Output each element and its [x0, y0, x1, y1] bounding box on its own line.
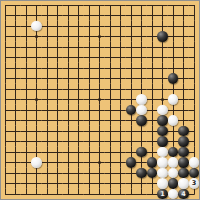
- board-intersection-c6r4[interactable]: [52, 31, 63, 42]
- board-intersection-c18r9[interactable]: [178, 84, 189, 95]
- board-intersection-c3r16[interactable]: [21, 157, 32, 168]
- board-intersection-c12r7[interactable]: [115, 63, 126, 74]
- board-intersection-c17r14[interactable]: [168, 136, 179, 147]
- board-intersection-c7r9[interactable]: [63, 84, 74, 95]
- board-intersection-c11r10[interactable]: [105, 94, 116, 105]
- board-intersection-c3r18[interactable]: [21, 178, 32, 189]
- board-intersection-c13r15[interactable]: [126, 147, 137, 158]
- board-intersection-c8r16[interactable]: [73, 157, 84, 168]
- board-intersection-c8r3[interactable]: [73, 21, 84, 32]
- board-intersection-c3r5[interactable]: [21, 42, 32, 53]
- board-intersection-c19r18[interactable]: 3: [189, 178, 200, 189]
- board-intersection-c14r16[interactable]: [136, 157, 147, 168]
- board-intersection-c17r10[interactable]: [168, 94, 179, 105]
- board-intersection-c2r9[interactable]: [10, 84, 21, 95]
- board-intersection-c9r7[interactable]: [84, 63, 95, 74]
- board-intersection-c14r7[interactable]: [136, 63, 147, 74]
- board-intersection-c14r18[interactable]: [136, 178, 147, 189]
- board-intersection-c3r8[interactable]: [21, 73, 32, 84]
- board-intersection-c9r8[interactable]: [84, 73, 95, 84]
- board-intersection-c13r10[interactable]: [126, 94, 137, 105]
- board-intersection-c15r6[interactable]: [147, 52, 158, 63]
- board-intersection-c7r7[interactable]: [63, 63, 74, 74]
- board-intersection-c1r14[interactable]: [0, 136, 10, 147]
- board-intersection-c17r4[interactable]: [168, 31, 179, 42]
- board-intersection-c11r6[interactable]: [105, 52, 116, 63]
- board-intersection-c11r13[interactable]: [105, 126, 116, 137]
- board-intersection-c18r15[interactable]: [178, 147, 189, 158]
- board-intersection-c19r3[interactable]: [189, 21, 200, 32]
- board-intersection-c19r19[interactable]: [189, 189, 200, 200]
- board-intersection-c2r18[interactable]: [10, 178, 21, 189]
- board-intersection-c15r1[interactable]: [147, 0, 158, 10]
- board-intersection-c10r13[interactable]: [94, 126, 105, 137]
- board-intersection-c18r17[interactable]: [178, 168, 189, 179]
- board-intersection-c6r18[interactable]: [52, 178, 63, 189]
- board-intersection-c10r4[interactable]: [94, 31, 105, 42]
- board-intersection-c19r1[interactable]: [189, 0, 200, 10]
- board-intersection-c6r19[interactable]: [52, 189, 63, 200]
- board-intersection-c1r13[interactable]: [0, 126, 10, 137]
- board-intersection-c2r10[interactable]: [10, 94, 21, 105]
- board-intersection-c3r12[interactable]: [21, 115, 32, 126]
- board-intersection-c19r2[interactable]: [189, 10, 200, 21]
- board-intersection-c14r2[interactable]: [136, 10, 147, 21]
- board-intersection-c13r13[interactable]: [126, 126, 137, 137]
- board-intersection-c2r5[interactable]: [10, 42, 21, 53]
- board-intersection-c15r8[interactable]: [147, 73, 158, 84]
- board-intersection-c17r13[interactable]: [168, 126, 179, 137]
- board-intersection-c19r5[interactable]: [189, 42, 200, 53]
- board-intersection-c15r16[interactable]: [147, 157, 158, 168]
- board-intersection-c14r3[interactable]: [136, 21, 147, 32]
- board-intersection-c6r6[interactable]: [52, 52, 63, 63]
- board-intersection-c2r8[interactable]: [10, 73, 21, 84]
- board-intersection-c14r8[interactable]: [136, 73, 147, 84]
- board-intersection-c13r19[interactable]: [126, 189, 137, 200]
- board-intersection-c8r13[interactable]: [73, 126, 84, 137]
- board-intersection-c10r1[interactable]: [94, 0, 105, 10]
- board-intersection-c3r15[interactable]: [21, 147, 32, 158]
- board-intersection-c1r10[interactable]: [0, 94, 10, 105]
- board-intersection-c8r5[interactable]: [73, 42, 84, 53]
- board-intersection-c1r6[interactable]: [0, 52, 10, 63]
- board-intersection-c16r19[interactable]: 1: [157, 189, 168, 200]
- board-intersection-c11r9[interactable]: [105, 84, 116, 95]
- board-intersection-c15r3[interactable]: [147, 21, 158, 32]
- board-intersection-c9r1[interactable]: [84, 0, 95, 10]
- board-intersection-c8r1[interactable]: [73, 0, 84, 10]
- board-intersection-c13r17[interactable]: [126, 168, 137, 179]
- board-intersection-c11r17[interactable]: [105, 168, 116, 179]
- board-intersection-c1r3[interactable]: [0, 21, 10, 32]
- board-intersection-c2r12[interactable]: [10, 115, 21, 126]
- board-intersection-c11r12[interactable]: [105, 115, 116, 126]
- board-intersection-c8r4[interactable]: [73, 31, 84, 42]
- board-intersection-c12r10[interactable]: [115, 94, 126, 105]
- board-intersection-c11r4[interactable]: [105, 31, 116, 42]
- board-intersection-c12r16[interactable]: [115, 157, 126, 168]
- board-intersection-c7r5[interactable]: [63, 42, 74, 53]
- board-intersection-c4r3[interactable]: [31, 21, 42, 32]
- board-intersection-c2r14[interactable]: [10, 136, 21, 147]
- board-intersection-c5r4[interactable]: [42, 31, 53, 42]
- board-intersection-c3r3[interactable]: [21, 21, 32, 32]
- board-intersection-c6r15[interactable]: [52, 147, 63, 158]
- board-intersection-c17r12[interactable]: [168, 115, 179, 126]
- board-intersection-c5r3[interactable]: [42, 21, 53, 32]
- board-intersection-c5r18[interactable]: [42, 178, 53, 189]
- board-intersection-c4r4[interactable]: [31, 31, 42, 42]
- board-intersection-c17r16[interactable]: [168, 157, 179, 168]
- board-intersection-c13r2[interactable]: [126, 10, 137, 21]
- board-intersection-c8r14[interactable]: [73, 136, 84, 147]
- board-intersection-c19r17[interactable]: [189, 168, 200, 179]
- board-intersection-c7r8[interactable]: [63, 73, 74, 84]
- board-intersection-c19r10[interactable]: [189, 94, 200, 105]
- board-intersection-c7r13[interactable]: [63, 126, 74, 137]
- board-intersection-c9r9[interactable]: [84, 84, 95, 95]
- board-intersection-c1r17[interactable]: [0, 168, 10, 179]
- board-intersection-c17r17[interactable]: [168, 168, 179, 179]
- board-intersection-c9r3[interactable]: [84, 21, 95, 32]
- board-intersection-c7r10[interactable]: [63, 94, 74, 105]
- board-intersection-c4r9[interactable]: [31, 84, 42, 95]
- board-intersection-c11r19[interactable]: [105, 189, 116, 200]
- board-intersection-c9r12[interactable]: [84, 115, 95, 126]
- board-intersection-c16r1[interactable]: [157, 0, 168, 10]
- board-intersection-c9r17[interactable]: [84, 168, 95, 179]
- board-intersection-c18r6[interactable]: [178, 52, 189, 63]
- board-intersection-c10r18[interactable]: [94, 178, 105, 189]
- board-intersection-c15r10[interactable]: [147, 94, 158, 105]
- board-intersection-c10r14[interactable]: [94, 136, 105, 147]
- board-intersection-c3r9[interactable]: [21, 84, 32, 95]
- board-intersection-c2r15[interactable]: [10, 147, 21, 158]
- board-intersection-c13r5[interactable]: [126, 42, 137, 53]
- board-intersection-c8r2[interactable]: [73, 10, 84, 21]
- board-intersection-c8r7[interactable]: [73, 63, 84, 74]
- board-intersection-c3r4[interactable]: [21, 31, 32, 42]
- board-intersection-c17r15[interactable]: [168, 147, 179, 158]
- board-intersection-c19r14[interactable]: [189, 136, 200, 147]
- board-intersection-c1r2[interactable]: [0, 10, 10, 21]
- board-intersection-c17r6[interactable]: [168, 52, 179, 63]
- board-intersection-c16r13[interactable]: [157, 126, 168, 137]
- board-intersection-c16r15[interactable]: [157, 147, 168, 158]
- board-intersection-c8r19[interactable]: [73, 189, 84, 200]
- board-intersection-c15r14[interactable]: [147, 136, 158, 147]
- board-intersection-c4r1[interactable]: [31, 0, 42, 10]
- board-intersection-c13r9[interactable]: [126, 84, 137, 95]
- board-intersection-c12r19[interactable]: [115, 189, 126, 200]
- board-intersection-c11r7[interactable]: [105, 63, 116, 74]
- board-intersection-c18r8[interactable]: [178, 73, 189, 84]
- board-intersection-c9r16[interactable]: [84, 157, 95, 168]
- board-intersection-c16r12[interactable]: [157, 115, 168, 126]
- board-intersection-c5r8[interactable]: [42, 73, 53, 84]
- board-intersection-c6r2[interactable]: [52, 10, 63, 21]
- board-intersection-c7r12[interactable]: [63, 115, 74, 126]
- board-intersection-c7r16[interactable]: [63, 157, 74, 168]
- board-intersection-c6r12[interactable]: [52, 115, 63, 126]
- board-intersection-c13r6[interactable]: [126, 52, 137, 63]
- board-intersection-c10r16[interactable]: [94, 157, 105, 168]
- board-intersection-c5r11[interactable]: [42, 105, 53, 116]
- board-intersection-c14r12[interactable]: [136, 115, 147, 126]
- board-intersection-c5r10[interactable]: [42, 94, 53, 105]
- board-intersection-c2r17[interactable]: [10, 168, 21, 179]
- board-intersection-c5r5[interactable]: [42, 42, 53, 53]
- board-intersection-c2r4[interactable]: [10, 31, 21, 42]
- board-intersection-c10r10[interactable]: [94, 94, 105, 105]
- board-intersection-c12r1[interactable]: [115, 0, 126, 10]
- board-intersection-c18r14[interactable]: [178, 136, 189, 147]
- board-intersection-c2r3[interactable]: [10, 21, 21, 32]
- board-intersection-c9r14[interactable]: [84, 136, 95, 147]
- board-intersection-c19r4[interactable]: [189, 31, 200, 42]
- board-intersection-c12r5[interactable]: [115, 42, 126, 53]
- board-intersection-c4r6[interactable]: [31, 52, 42, 63]
- board-intersection-c18r12[interactable]: [178, 115, 189, 126]
- board-intersection-c14r17[interactable]: [136, 168, 147, 179]
- board-intersection-c17r11[interactable]: [168, 105, 179, 116]
- board-intersection-c4r13[interactable]: [31, 126, 42, 137]
- board-intersection-c14r15[interactable]: [136, 147, 147, 158]
- board-intersection-c10r11[interactable]: [94, 105, 105, 116]
- board-intersection-c1r16[interactable]: [0, 157, 10, 168]
- board-intersection-c12r3[interactable]: [115, 21, 126, 32]
- board-intersection-c19r7[interactable]: [189, 63, 200, 74]
- board-intersection-c15r9[interactable]: [147, 84, 158, 95]
- board-intersection-c16r3[interactable]: [157, 21, 168, 32]
- board-intersection-c6r10[interactable]: [52, 94, 63, 105]
- board-intersection-c5r14[interactable]: [42, 136, 53, 147]
- board-intersection-c18r4[interactable]: [178, 31, 189, 42]
- board-intersection-c2r13[interactable]: [10, 126, 21, 137]
- board-intersection-c5r12[interactable]: [42, 115, 53, 126]
- board-intersection-c13r4[interactable]: [126, 31, 137, 42]
- board-intersection-c10r5[interactable]: [94, 42, 105, 53]
- board-intersection-c9r19[interactable]: [84, 189, 95, 200]
- board-intersection-c17r8[interactable]: [168, 73, 179, 84]
- board-intersection-c9r18[interactable]: [84, 178, 95, 189]
- board-intersection-c6r11[interactable]: [52, 105, 63, 116]
- board-intersection-c12r11[interactable]: [115, 105, 126, 116]
- board-intersection-c4r14[interactable]: [31, 136, 42, 147]
- board-intersection-c18r10[interactable]: [178, 94, 189, 105]
- board-intersection-c7r18[interactable]: [63, 178, 74, 189]
- board-intersection-c8r8[interactable]: [73, 73, 84, 84]
- board-intersection-c19r9[interactable]: [189, 84, 200, 95]
- board-intersection-c17r3[interactable]: [168, 21, 179, 32]
- board-intersection-c18r3[interactable]: [178, 21, 189, 32]
- board-intersection-c11r16[interactable]: [105, 157, 116, 168]
- board-intersection-c18r13[interactable]: [178, 126, 189, 137]
- board-intersection-c3r10[interactable]: [21, 94, 32, 105]
- board-intersection-c15r7[interactable]: [147, 63, 158, 74]
- board-intersection-c9r13[interactable]: [84, 126, 95, 137]
- board-intersection-c11r15[interactable]: [105, 147, 116, 158]
- board-intersection-c18r16[interactable]: [178, 157, 189, 168]
- board-intersection-c1r7[interactable]: [0, 63, 10, 74]
- board-intersection-c3r1[interactable]: [21, 0, 32, 10]
- board-intersection-c2r6[interactable]: [10, 52, 21, 63]
- board-intersection-c8r15[interactable]: [73, 147, 84, 158]
- board-intersection-c1r18[interactable]: [0, 178, 10, 189]
- board-intersection-c12r2[interactable]: [115, 10, 126, 21]
- board-intersection-c2r16[interactable]: [10, 157, 21, 168]
- board-intersection-c5r15[interactable]: [42, 147, 53, 158]
- board-intersection-c19r6[interactable]: [189, 52, 200, 63]
- board-intersection-c10r19[interactable]: [94, 189, 105, 200]
- board-intersection-c14r19[interactable]: [136, 189, 147, 200]
- board-intersection-c11r11[interactable]: [105, 105, 116, 116]
- board-intersection-c15r15[interactable]: [147, 147, 158, 158]
- board-intersection-c4r12[interactable]: [31, 115, 42, 126]
- board-intersection-c16r5[interactable]: [157, 42, 168, 53]
- board-intersection-c16r2[interactable]: [157, 10, 168, 21]
- board-intersection-c16r6[interactable]: [157, 52, 168, 63]
- board-intersection-c7r3[interactable]: [63, 21, 74, 32]
- board-intersection-c19r13[interactable]: [189, 126, 200, 137]
- board-intersection-c6r14[interactable]: [52, 136, 63, 147]
- board-intersection-c12r13[interactable]: [115, 126, 126, 137]
- board-intersection-c13r7[interactable]: [126, 63, 137, 74]
- board-intersection-c14r5[interactable]: [136, 42, 147, 53]
- board-intersection-c14r11[interactable]: [136, 105, 147, 116]
- board-intersection-c12r18[interactable]: [115, 178, 126, 189]
- board-intersection-c12r12[interactable]: [115, 115, 126, 126]
- board-intersection-c10r8[interactable]: [94, 73, 105, 84]
- board-intersection-c15r2[interactable]: [147, 10, 158, 21]
- board-intersection-c8r17[interactable]: [73, 168, 84, 179]
- board-intersection-c13r12[interactable]: [126, 115, 137, 126]
- board-intersection-c4r5[interactable]: [31, 42, 42, 53]
- board-intersection-c4r17[interactable]: [31, 168, 42, 179]
- board-intersection-c16r11[interactable]: [157, 105, 168, 116]
- board-intersection-c8r18[interactable]: [73, 178, 84, 189]
- board-intersection-c7r4[interactable]: [63, 31, 74, 42]
- board-intersection-c15r12[interactable]: [147, 115, 158, 126]
- board-intersection-c4r19[interactable]: [31, 189, 42, 200]
- board-intersection-c6r1[interactable]: [52, 0, 63, 10]
- board-intersection-c4r8[interactable]: [31, 73, 42, 84]
- board-intersection-c19r12[interactable]: [189, 115, 200, 126]
- board-intersection-c14r1[interactable]: [136, 0, 147, 10]
- board-intersection-c9r2[interactable]: [84, 10, 95, 21]
- board-intersection-c11r3[interactable]: [105, 21, 116, 32]
- board-intersection-c9r10[interactable]: [84, 94, 95, 105]
- board-intersection-c19r15[interactable]: [189, 147, 200, 158]
- board-intersection-c10r9[interactable]: [94, 84, 105, 95]
- board-intersection-c17r9[interactable]: [168, 84, 179, 95]
- board-intersection-c11r18[interactable]: [105, 178, 116, 189]
- board-intersection-c5r19[interactable]: [42, 189, 53, 200]
- board-intersection-c6r17[interactable]: [52, 168, 63, 179]
- board-intersection-c3r14[interactable]: [21, 136, 32, 147]
- board-intersection-c11r2[interactable]: [105, 10, 116, 21]
- board-intersection-c3r13[interactable]: [21, 126, 32, 137]
- board-intersection-c4r10[interactable]: [31, 94, 42, 105]
- board-intersection-c16r18[interactable]: [157, 178, 168, 189]
- board-intersection-c7r19[interactable]: [63, 189, 74, 200]
- board-intersection-c12r15[interactable]: [115, 147, 126, 158]
- board-intersection-c19r16[interactable]: [189, 157, 200, 168]
- board-intersection-c4r11[interactable]: [31, 105, 42, 116]
- board-intersection-c11r14[interactable]: [105, 136, 116, 147]
- board-intersection-c2r19[interactable]: [10, 189, 21, 200]
- board-intersection-c7r14[interactable]: [63, 136, 74, 147]
- board-intersection-c13r1[interactable]: [126, 0, 137, 10]
- board-intersection-c16r10[interactable]: [157, 94, 168, 105]
- board-intersection-c16r7[interactable]: [157, 63, 168, 74]
- board-intersection-c9r11[interactable]: [84, 105, 95, 116]
- board-intersection-c13r3[interactable]: [126, 21, 137, 32]
- board-intersection-c17r7[interactable]: [168, 63, 179, 74]
- board-intersection-c2r1[interactable]: [10, 0, 21, 10]
- board-intersection-c1r9[interactable]: [0, 84, 10, 95]
- board-intersection-c2r7[interactable]: [10, 63, 21, 74]
- board-intersection-c16r17[interactable]: [157, 168, 168, 179]
- board-intersection-c7r1[interactable]: [63, 0, 74, 10]
- board-intersection-c3r17[interactable]: [21, 168, 32, 179]
- board-intersection-c13r8[interactable]: [126, 73, 137, 84]
- board-intersection-c8r6[interactable]: [73, 52, 84, 63]
- board-intersection-c4r2[interactable]: [31, 10, 42, 21]
- board-intersection-c17r19[interactable]: [168, 189, 179, 200]
- board-intersection-c3r6[interactable]: [21, 52, 32, 63]
- board-intersection-c1r5[interactable]: [0, 42, 10, 53]
- board-intersection-c14r13[interactable]: [136, 126, 147, 137]
- board-intersection-c16r14[interactable]: [157, 136, 168, 147]
- board-intersection-c1r12[interactable]: [0, 115, 10, 126]
- board-intersection-c14r14[interactable]: [136, 136, 147, 147]
- board-intersection-c12r17[interactable]: [115, 168, 126, 179]
- board-intersection-c15r11[interactable]: [147, 105, 158, 116]
- board-intersection-c7r17[interactable]: [63, 168, 74, 179]
- board-intersection-c17r18[interactable]: [168, 178, 179, 189]
- board-intersection-c1r15[interactable]: [0, 147, 10, 158]
- board-intersection-c12r9[interactable]: [115, 84, 126, 95]
- board-intersection-c2r11[interactable]: [10, 105, 21, 116]
- board-intersection-c18r11[interactable]: [178, 105, 189, 116]
- board-intersection-c14r6[interactable]: [136, 52, 147, 63]
- board-intersection-c3r2[interactable]: [21, 10, 32, 21]
- board-intersection-c6r13[interactable]: [52, 126, 63, 137]
- board-intersection-c8r11[interactable]: [73, 105, 84, 116]
- board-intersection-c18r2[interactable]: [178, 10, 189, 21]
- board-intersection-c12r6[interactable]: [115, 52, 126, 63]
- board-intersection-c14r10[interactable]: [136, 94, 147, 105]
- board-intersection-c18r5[interactable]: [178, 42, 189, 53]
- board-intersection-c10r3[interactable]: [94, 21, 105, 32]
- board-intersection-c10r12[interactable]: [94, 115, 105, 126]
- board-intersection-c6r3[interactable]: [52, 21, 63, 32]
- board-intersection-c7r15[interactable]: [63, 147, 74, 158]
- board-intersection-c10r17[interactable]: [94, 168, 105, 179]
- board-intersection-c2r2[interactable]: [10, 10, 21, 21]
- board-intersection-c15r18[interactable]: [147, 178, 158, 189]
- board-intersection-c15r19[interactable]: [147, 189, 158, 200]
- board-intersection-c6r7[interactable]: [52, 63, 63, 74]
- board-intersection-c10r6[interactable]: [94, 52, 105, 63]
- board-intersection-c14r9[interactable]: [136, 84, 147, 95]
- board-intersection-c6r9[interactable]: [52, 84, 63, 95]
- board-intersection-c5r7[interactable]: [42, 63, 53, 74]
- board-intersection-c16r8[interactable]: [157, 73, 168, 84]
- board-intersection-c4r7[interactable]: [31, 63, 42, 74]
